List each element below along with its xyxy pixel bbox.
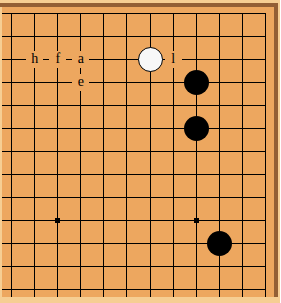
grid-line-vertical [126,25,127,48]
board-cell [0,140,23,163]
grid-line-vertical [173,232,174,255]
grid-line-vertical [219,209,220,232]
grid-line-vertical [57,94,58,117]
board-cell [92,94,115,117]
board-cell [115,140,138,163]
board-cell [185,232,208,255]
grid-line-vertical [80,163,81,186]
grid-line-vertical [150,255,151,278]
grid-line-vertical [34,140,35,163]
grid-line-vertical [242,71,243,94]
cut-edge-left [0,0,2,303]
grid-line-vertical [34,186,35,209]
board-cell [69,25,92,48]
grid-line-vertical [150,232,151,255]
board-cell [46,140,69,163]
grid-line-vertical [34,25,35,48]
grid-line-vertical [126,163,127,186]
grid-line-vertical [80,25,81,48]
board-cell [46,255,69,278]
board-cell [208,209,231,232]
board-cell [185,255,208,278]
grid-line-vertical [196,94,197,117]
board-cell [0,186,23,209]
board-cell [69,186,92,209]
grid-line-vertical [80,13,81,25]
grid-line-vertical [265,163,266,186]
grid-line-vertical [150,186,151,209]
grid-line-vertical [242,117,243,140]
grid-line-vertical [196,13,197,25]
board-cell [92,209,115,232]
board-cell [185,94,208,117]
grid-line-vertical [219,13,220,25]
grid-line-vertical [103,163,104,186]
black-stone [207,231,232,256]
board-cell [139,140,162,163]
grid-line-vertical [242,255,243,278]
grid-line-vertical [150,117,151,140]
grid-line-vertical [265,94,266,117]
grid-line-vertical [34,117,35,140]
grid-line-vertical [126,71,127,94]
board-cell [208,48,231,71]
grid-line-vertical [196,25,197,48]
grid-line-vertical [265,25,266,48]
grid-line-vertical [80,94,81,117]
board-cell [92,255,115,278]
grid-line-vertical [80,209,81,232]
grid-line-vertical [173,255,174,278]
grid-line-vertical [173,94,174,117]
board-cell [92,117,115,140]
cut-edge-bottom [0,297,280,303]
board-cell [92,140,115,163]
board-cell [46,232,69,255]
board-cell [185,48,208,71]
grid-line-vertical [242,13,243,25]
board-cell [208,255,231,278]
board-cell [0,255,23,278]
grid-line-vertical [80,255,81,278]
point-label-l: l [165,51,182,68]
black-stone [184,116,209,141]
board-cell [231,255,254,278]
grid-line-vertical [11,25,12,48]
board-cell [23,232,46,255]
board-cell [69,232,92,255]
grid-line-vertical [265,255,266,278]
grid-line-vertical [196,163,197,186]
grid-line-vertical [126,186,127,209]
board-cell [115,186,138,209]
grid-line-vertical [150,13,151,25]
board-cell [0,232,23,255]
board-cell [115,117,138,140]
board-cell [23,117,46,140]
grid-line-vertical [219,117,220,140]
board-cell [23,163,46,186]
grid-line-vertical [126,48,127,71]
board-cell [115,94,138,117]
grid-line-vertical [103,48,104,71]
board-cell [231,140,254,163]
board-cell [162,25,185,48]
grid-line-vertical [57,71,58,94]
board-edge-right-highlight [278,0,281,303]
board-cell [115,209,138,232]
board-cell [46,94,69,117]
grid-line-vertical [242,232,243,255]
grid-line-vertical [196,140,197,163]
board-cell [231,25,254,48]
grid-line-vertical [103,13,104,25]
grid-line-vertical [11,117,12,140]
board-cell [69,117,92,140]
board-cell [69,255,92,278]
board-cell [208,117,231,140]
grid-line-vertical [11,209,12,232]
grid-line-vertical [34,209,35,232]
grid-line-vertical [80,186,81,209]
grid-line-vertical [196,48,197,71]
board-cell [162,186,185,209]
grid-line-vertical [34,71,35,94]
grid-line-vertical [126,255,127,278]
board-cell [23,71,46,94]
grid-line-vertical [34,94,35,117]
board-cell [139,163,162,186]
grid-line-vertical [103,209,104,232]
grid-line-vertical [126,94,127,117]
grid-line-vertical [57,232,58,255]
grid-line-vertical [57,117,58,140]
grid-line-vertical [34,13,35,25]
grid-line-vertical [242,48,243,71]
grid-line-vertical [103,232,104,255]
grid-line-vertical [11,48,12,71]
board-cell [69,94,92,117]
board-cell [139,255,162,278]
board-cell [92,48,115,71]
go-board-diagram: hfael [0,0,280,303]
board-edge-right [274,3,278,297]
grid-line-vertical [265,13,266,25]
board-cell [92,163,115,186]
board-cell [208,140,231,163]
board-cell [162,94,185,117]
board-cell [162,71,185,94]
board-cell [139,117,162,140]
grid-line-vertical [80,140,81,163]
grid-line-vertical [11,186,12,209]
grid-line-vertical [173,71,174,94]
board-cell [162,255,185,278]
grid-line-vertical [219,94,220,117]
grid-line-vertical [126,232,127,255]
board-cell [46,163,69,186]
white-stone [138,47,163,72]
grid-line-vertical [57,140,58,163]
point-label-a: a [72,51,89,68]
grid-line-vertical [11,140,12,163]
grid-line-vertical [11,163,12,186]
grid-line-vertical [196,255,197,278]
point-label-f: f [49,51,66,68]
board-cell [162,117,185,140]
grid-line-vertical [265,186,266,209]
board-cell [92,25,115,48]
grid-line-vertical [173,186,174,209]
grid-line-vertical [242,186,243,209]
grid-line-vertical [103,117,104,140]
grid-line-vertical [242,209,243,232]
board-cell [92,186,115,209]
board-cell [208,71,231,94]
board-cell [208,163,231,186]
grid-line-vertical [34,232,35,255]
board-cell [231,117,254,140]
board-cell [0,71,23,94]
grid-line-vertical [196,232,197,255]
board-cell [0,117,23,140]
grid-line-vertical [219,140,220,163]
board-cell [231,71,254,94]
board-cell [23,209,46,232]
grid-line-vertical [103,255,104,278]
star-point [194,218,199,223]
board-cell [231,209,254,232]
grid-line-vertical [103,186,104,209]
grid-line-vertical [34,255,35,278]
grid-line-vertical [150,25,151,48]
board-cell [0,25,23,48]
grid-line-vertical [150,140,151,163]
grid-line-vertical [173,117,174,140]
star-point [55,218,60,223]
grid-line-vertical [80,117,81,140]
board-cell [231,186,254,209]
grid-line-vertical [11,94,12,117]
board-cell [115,232,138,255]
board-cell [231,163,254,186]
grid-line-vertical [150,94,151,117]
board-cell [46,117,69,140]
grid-line-vertical [11,71,12,94]
board-cell [115,48,138,71]
grid-line-vertical [173,140,174,163]
grid-line-vertical [265,209,266,232]
board-cell [185,25,208,48]
grid-line-vertical [126,209,127,232]
board-cell [185,140,208,163]
grid-line-vertical [34,163,35,186]
board-cell [69,140,92,163]
grid-line-vertical [265,48,266,71]
board-cell [162,163,185,186]
board-cell [46,25,69,48]
board-cell [69,209,92,232]
grid-line-vertical [219,163,220,186]
grid-line-vertical [126,13,127,25]
board-cell [0,94,23,117]
grid-line-vertical [242,140,243,163]
grid-line-vertical [265,232,266,255]
board-cell [139,71,162,94]
grid-line-vertical [103,140,104,163]
board-cell [92,71,115,94]
grid-line-vertical [219,186,220,209]
grid-line-vertical [219,71,220,94]
board-cell [23,255,46,278]
grid-line-vertical [173,209,174,232]
board-cell [0,209,23,232]
grid-line-vertical [242,94,243,117]
black-stone [184,70,209,95]
grid-line-vertical [173,163,174,186]
grid-line-vertical [265,71,266,94]
board-cell [115,25,138,48]
board-cell [23,186,46,209]
board-cell [139,232,162,255]
board-cell [162,209,185,232]
board-cell [231,94,254,117]
board-cell [23,94,46,117]
board-cell [185,186,208,209]
board-cell [231,48,254,71]
grid-line-vertical [103,71,104,94]
go-board-grid [0,2,277,301]
grid-line-vertical [11,13,12,25]
point-label-h: h [26,51,43,68]
grid-line-vertical [173,13,174,25]
board-edge-top [0,3,278,7]
board-cell [208,25,231,48]
grid-line-vertical [103,25,104,48]
grid-line-vertical [126,117,127,140]
grid-line-vertical [242,25,243,48]
board-cell [0,163,23,186]
board-cell [162,140,185,163]
grid-line-vertical [150,209,151,232]
grid-line-vertical [11,232,12,255]
grid-line-vertical [80,232,81,255]
board-cell [92,232,115,255]
grid-line-vertical [103,94,104,117]
grid-line-vertical [219,255,220,278]
grid-line-vertical [173,25,174,48]
grid-line-vertical [265,117,266,140]
grid-line-vertical [57,186,58,209]
board-cell [139,25,162,48]
board-cell [139,94,162,117]
board-cell [115,71,138,94]
grid-line-vertical [126,140,127,163]
grid-line-vertical [219,48,220,71]
board-cell [208,186,231,209]
board-cell [23,140,46,163]
grid-line-vertical [57,163,58,186]
grid-line-vertical [57,255,58,278]
point-label-e: e [72,74,89,91]
board-cell [162,232,185,255]
grid-line-vertical [265,140,266,163]
board-cell [185,163,208,186]
board-cell [139,186,162,209]
grid-line-vertical [242,163,243,186]
grid-line-vertical [57,13,58,25]
grid-line-vertical [57,25,58,48]
board-cell [115,163,138,186]
board-cell [0,48,23,71]
grid-line-vertical [196,186,197,209]
board-cell [231,232,254,255]
grid-line-vertical [11,255,12,278]
board-cell [69,163,92,186]
board-cell [208,94,231,117]
grid-line-vertical [150,163,151,186]
board-cell [115,255,138,278]
board-cell [139,209,162,232]
board-cell [46,71,69,94]
grid-line-vertical [150,71,151,94]
board-cell [23,25,46,48]
grid-line-vertical [219,25,220,48]
board-cell [46,186,69,209]
